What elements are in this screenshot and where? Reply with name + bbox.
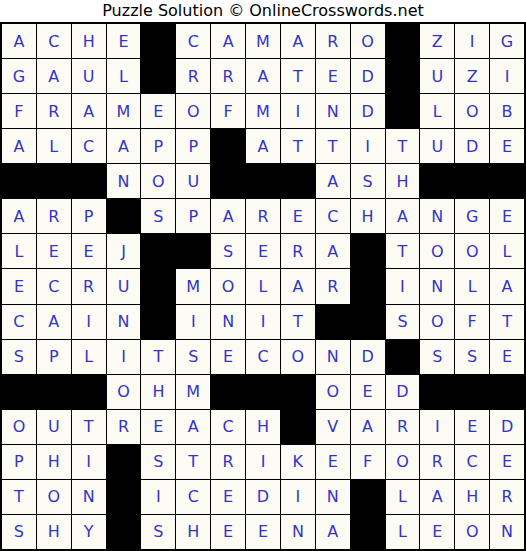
letter-cell-r6c8: R <box>246 199 280 233</box>
letter-cell-r14c6: C <box>176 480 210 514</box>
letter-cell-r12c14: E <box>455 410 489 444</box>
letter-cell-r7c15: L <box>490 234 524 268</box>
block-cell-r11c14 <box>455 375 489 409</box>
letter-cell-r12c6: A <box>176 410 210 444</box>
block-cell-r5c7 <box>211 164 245 198</box>
letter-cell-r15c12: L <box>386 515 420 549</box>
letter-cell-r14c3: N <box>72 480 106 514</box>
letter-cell-r14c7: E <box>211 480 245 514</box>
letter-cell-r3c6: O <box>176 94 210 128</box>
letter-cell-r6c11: H <box>351 199 385 233</box>
block-cell-r11c1 <box>2 375 36 409</box>
letter-cell-r9c3: I <box>72 305 106 339</box>
letter-cell-r2c7: R <box>211 59 245 93</box>
letter-cell-r10c2: P <box>37 340 71 374</box>
letter-cell-r15c15: N <box>490 515 524 549</box>
letter-cell-r7c9: R <box>281 234 315 268</box>
letter-cell-r6c10: C <box>316 199 350 233</box>
letter-cell-r5c11: S <box>351 164 385 198</box>
letter-cell-r7c12: T <box>386 234 420 268</box>
letter-cell-r10c11: D <box>351 340 385 374</box>
letter-cell-r4c6: P <box>176 129 210 163</box>
letter-cell-r3c9: I <box>281 94 315 128</box>
letter-cell-r3c4: M <box>107 94 141 128</box>
letter-cell-r6c5: S <box>141 199 175 233</box>
letter-cell-r1c13: Z <box>420 24 454 58</box>
letter-cell-r4c4: A <box>107 129 141 163</box>
block-cell-r5c2 <box>37 164 71 198</box>
letter-cell-r13c8: I <box>246 445 280 479</box>
letter-cell-r4c14: D <box>455 129 489 163</box>
letter-cell-r3c11: D <box>351 94 385 128</box>
block-cell-r7c6 <box>176 234 210 268</box>
letter-cell-r8c4: U <box>107 269 141 303</box>
letter-cell-r9c8: I <box>246 305 280 339</box>
letter-cell-r4c15: E <box>490 129 524 163</box>
letter-cell-r4c11: I <box>351 129 385 163</box>
letter-cell-r8c9: A <box>281 269 315 303</box>
letter-cell-r3c2: R <box>37 94 71 128</box>
letter-cell-r13c10: E <box>316 445 350 479</box>
letter-cell-r1c1: A <box>2 24 36 58</box>
block-cell-r5c9 <box>281 164 315 198</box>
letter-cell-r3c3: A <box>72 94 106 128</box>
letter-cell-r14c13: A <box>420 480 454 514</box>
letter-cell-r13c11: F <box>351 445 385 479</box>
letter-cell-r6c12: A <box>386 199 420 233</box>
block-cell-r5c13 <box>420 164 454 198</box>
letter-cell-r6c6: P <box>176 199 210 233</box>
letter-cell-r15c14: O <box>455 515 489 549</box>
letter-cell-r4c8: A <box>246 129 280 163</box>
letter-cell-r11c11: E <box>351 375 385 409</box>
letter-cell-r12c7: C <box>211 410 245 444</box>
letter-cell-r4c1: A <box>2 129 36 163</box>
letter-cell-r10c5: T <box>141 340 175 374</box>
block-cell-r8c5 <box>141 269 175 303</box>
letter-cell-r6c1: A <box>2 199 36 233</box>
letter-cell-r14c5: I <box>141 480 175 514</box>
letter-cell-r15c8: E <box>246 515 280 549</box>
letter-cell-r14c15: R <box>490 480 524 514</box>
letter-cell-r1c11: O <box>351 24 385 58</box>
letter-cell-r1c14: I <box>455 24 489 58</box>
letter-cell-r15c3: Y <box>72 515 106 549</box>
block-cell-r5c14 <box>455 164 489 198</box>
block-cell-r9c11 <box>351 305 385 339</box>
letter-cell-r6c9: E <box>281 199 315 233</box>
letter-cell-r3c1: F <box>2 94 36 128</box>
block-cell-r14c11 <box>351 480 385 514</box>
letter-cell-r15c1: S <box>2 515 36 549</box>
block-cell-r14c4 <box>107 480 141 514</box>
letter-cell-r15c6: H <box>176 515 210 549</box>
letter-cell-r4c9: T <box>281 129 315 163</box>
puzzle-solution-page: Puzzle Solution © OnlineCrosswords.net A… <box>0 0 526 551</box>
letter-cell-r3c15: B <box>490 94 524 128</box>
block-cell-r13c4 <box>107 445 141 479</box>
letter-cell-r10c8: C <box>246 340 280 374</box>
letter-cell-r13c7: R <box>211 445 245 479</box>
block-cell-r9c5 <box>141 305 175 339</box>
letter-cell-r13c1: P <box>2 445 36 479</box>
letter-cell-r9c1: C <box>2 305 36 339</box>
letter-cell-r6c2: R <box>37 199 71 233</box>
block-cell-r5c8 <box>246 164 280 198</box>
block-cell-r11c7 <box>211 375 245 409</box>
block-cell-r7c5 <box>141 234 175 268</box>
letter-cell-r10c4: I <box>107 340 141 374</box>
letter-cell-r13c14: C <box>455 445 489 479</box>
letter-cell-r4c5: P <box>141 129 175 163</box>
letter-cell-r9c7: N <box>211 305 245 339</box>
letter-cell-r5c4: N <box>107 164 141 198</box>
letter-cell-r15c2: H <box>37 515 71 549</box>
letter-cell-r11c10: O <box>316 375 350 409</box>
letter-cell-r7c13: O <box>420 234 454 268</box>
letter-cell-r6c7: A <box>211 199 245 233</box>
letter-cell-r12c1: O <box>2 410 36 444</box>
letter-cell-r14c8: D <box>246 480 280 514</box>
letter-cell-r13c5: S <box>141 445 175 479</box>
letter-cell-r9c15: T <box>490 305 524 339</box>
letter-cell-r2c1: G <box>2 59 36 93</box>
crossword-board: ACHECAMAROZIGGAULRRATEDUZIFRAMEOFMINDLOB… <box>0 22 526 551</box>
block-cell-r11c3 <box>72 375 106 409</box>
letter-cell-r6c14: G <box>455 199 489 233</box>
letter-cell-r15c5: S <box>141 515 175 549</box>
letter-cell-r10c14: S <box>455 340 489 374</box>
letter-cell-r7c4: J <box>107 234 141 268</box>
letter-cell-r5c5: O <box>141 164 175 198</box>
letter-cell-r9c13: O <box>420 305 454 339</box>
letter-cell-r2c6: R <box>176 59 210 93</box>
letter-cell-r12c3: T <box>72 410 106 444</box>
letter-cell-r7c8: E <box>246 234 280 268</box>
letter-cell-r13c6: T <box>176 445 210 479</box>
block-cell-r15c11 <box>351 515 385 549</box>
letter-cell-r4c10: T <box>316 129 350 163</box>
letter-cell-r2c10: E <box>316 59 350 93</box>
letter-cell-r3c8: M <box>246 94 280 128</box>
letter-cell-r6c3: P <box>72 199 106 233</box>
letter-cell-r12c11: A <box>351 410 385 444</box>
letter-cell-r7c1: L <box>2 234 36 268</box>
letter-cell-r7c3: E <box>72 234 106 268</box>
letter-cell-r11c4: O <box>107 375 141 409</box>
letter-cell-r10c3: L <box>72 340 106 374</box>
block-cell-r3c12 <box>386 94 420 128</box>
block-cell-r5c15 <box>490 164 524 198</box>
letter-cell-r7c14: O <box>455 234 489 268</box>
letter-cell-r7c7: S <box>211 234 245 268</box>
block-cell-r2c5 <box>141 59 175 93</box>
letter-cell-r2c2: A <box>37 59 71 93</box>
letter-cell-r10c13: S <box>420 340 454 374</box>
letter-cell-r2c14: Z <box>455 59 489 93</box>
letter-cell-r9c2: A <box>37 305 71 339</box>
block-cell-r10c12 <box>386 340 420 374</box>
letter-cell-r8c7: O <box>211 269 245 303</box>
block-cell-r11c8 <box>246 375 280 409</box>
letter-cell-r8c1: E <box>2 269 36 303</box>
block-cell-r12c9 <box>281 410 315 444</box>
letter-cell-r13c15: E <box>490 445 524 479</box>
letter-cell-r14c2: O <box>37 480 71 514</box>
block-cell-r11c13 <box>420 375 454 409</box>
letter-cell-r1c10: R <box>316 24 350 58</box>
block-cell-r11c2 <box>37 375 71 409</box>
letter-cell-r3c5: E <box>141 94 175 128</box>
letter-cell-r1c2: C <box>37 24 71 58</box>
letter-cell-r10c10: N <box>316 340 350 374</box>
letter-cell-r2c13: U <box>420 59 454 93</box>
letter-cell-r10c15: E <box>490 340 524 374</box>
letter-cell-r3c14: O <box>455 94 489 128</box>
letter-cell-r8c10: R <box>316 269 350 303</box>
letter-cell-r14c9: I <box>281 480 315 514</box>
letter-cell-r9c9: T <box>281 305 315 339</box>
letter-cell-r12c4: R <box>107 410 141 444</box>
letter-cell-r14c14: H <box>455 480 489 514</box>
letter-cell-r13c3: I <box>72 445 106 479</box>
letter-cell-r10c6: S <box>176 340 210 374</box>
letter-cell-r8c6: M <box>176 269 210 303</box>
letter-cell-r15c7: E <box>211 515 245 549</box>
letter-cell-r9c12: S <box>386 305 420 339</box>
letter-cell-r2c8: A <box>246 59 280 93</box>
letter-cell-r7c2: E <box>37 234 71 268</box>
block-cell-r5c1 <box>2 164 36 198</box>
letter-cell-r1c8: M <box>246 24 280 58</box>
letter-cell-r8c15: A <box>490 269 524 303</box>
letter-cell-r1c6: C <box>176 24 210 58</box>
letter-cell-r1c7: A <box>211 24 245 58</box>
letter-cell-r13c13: R <box>420 445 454 479</box>
letter-cell-r11c5: H <box>141 375 175 409</box>
letter-cell-r1c3: H <box>72 24 106 58</box>
letter-cell-r4c12: T <box>386 129 420 163</box>
block-cell-r2c12 <box>386 59 420 93</box>
letter-cell-r8c3: R <box>72 269 106 303</box>
letter-cell-r14c12: L <box>386 480 420 514</box>
letter-cell-r1c4: E <box>107 24 141 58</box>
letter-cell-r12c10: V <box>316 410 350 444</box>
letter-cell-r4c13: U <box>420 129 454 163</box>
block-cell-r9c10 <box>316 305 350 339</box>
letter-cell-r1c15: G <box>490 24 524 58</box>
letter-cell-r2c15: I <box>490 59 524 93</box>
letter-cell-r2c3: U <box>72 59 106 93</box>
block-cell-r11c15 <box>490 375 524 409</box>
letter-cell-r3c10: N <box>316 94 350 128</box>
letter-cell-r11c12: D <box>386 375 420 409</box>
letter-cell-r15c9: N <box>281 515 315 549</box>
block-cell-r8c11 <box>351 269 385 303</box>
letter-cell-r3c13: L <box>420 94 454 128</box>
letter-cell-r5c6: U <box>176 164 210 198</box>
letter-cell-r4c3: C <box>72 129 106 163</box>
letter-cell-r5c10: A <box>316 164 350 198</box>
letter-cell-r9c6: I <box>176 305 210 339</box>
letter-cell-r10c1: S <box>2 340 36 374</box>
letter-cell-r6c13: N <box>420 199 454 233</box>
letter-cell-r5c12: H <box>386 164 420 198</box>
block-cell-r15c4 <box>107 515 141 549</box>
letter-cell-r12c8: H <box>246 410 280 444</box>
block-cell-r6c4 <box>107 199 141 233</box>
letter-cell-r2c4: L <box>107 59 141 93</box>
letter-cell-r12c5: E <box>141 410 175 444</box>
block-cell-r11c9 <box>281 375 315 409</box>
letter-cell-r8c8: L <box>246 269 280 303</box>
letter-cell-r1c9: A <box>281 24 315 58</box>
block-cell-r7c11 <box>351 234 385 268</box>
letter-cell-r15c10: A <box>316 515 350 549</box>
letter-cell-r10c7: E <box>211 340 245 374</box>
letter-cell-r15c13: E <box>420 515 454 549</box>
block-cell-r4c7 <box>211 129 245 163</box>
letter-cell-r12c2: U <box>37 410 71 444</box>
letter-cell-r10c9: O <box>281 340 315 374</box>
block-cell-r5c3 <box>72 164 106 198</box>
block-cell-r1c5 <box>141 24 175 58</box>
letter-cell-r12c12: R <box>386 410 420 444</box>
letter-cell-r9c14: F <box>455 305 489 339</box>
block-cell-r1c12 <box>386 24 420 58</box>
letter-cell-r13c9: K <box>281 445 315 479</box>
letter-cell-r8c2: C <box>37 269 71 303</box>
letter-cell-r3c7: F <box>211 94 245 128</box>
letter-cell-r12c13: I <box>420 410 454 444</box>
letter-cell-r2c11: D <box>351 59 385 93</box>
letter-cell-r14c10: N <box>316 480 350 514</box>
letter-cell-r8c12: I <box>386 269 420 303</box>
letter-cell-r2c9: T <box>281 59 315 93</box>
letter-cell-r13c2: H <box>37 445 71 479</box>
letter-cell-r12c15: D <box>490 410 524 444</box>
letter-cell-r14c1: T <box>2 480 36 514</box>
letter-cell-r9c4: N <box>107 305 141 339</box>
letter-cell-r8c14: L <box>455 269 489 303</box>
letter-cell-r4c2: L <box>37 129 71 163</box>
letter-cell-r11c6: M <box>176 375 210 409</box>
letter-cell-r7c10: A <box>316 234 350 268</box>
letter-cell-r13c12: O <box>386 445 420 479</box>
page-title: Puzzle Solution © OnlineCrosswords.net <box>0 0 526 22</box>
letter-cell-r6c15: E <box>490 199 524 233</box>
letter-cell-r8c13: N <box>420 269 454 303</box>
